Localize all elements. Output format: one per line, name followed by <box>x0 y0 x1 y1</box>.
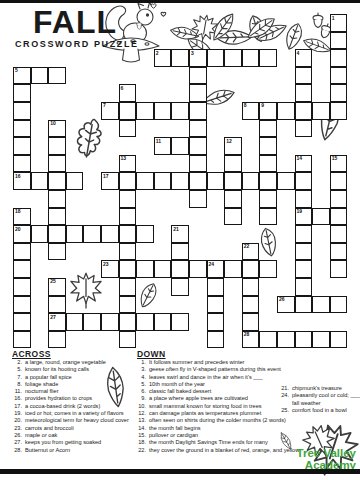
grid-cell[interactable]: 19 <box>295 208 313 226</box>
clue-number: 12. <box>134 410 146 417</box>
grid-blank <box>31 243 49 261</box>
down-heading: DOWN <box>137 349 166 359</box>
bottom-border <box>0 469 360 474</box>
grid-cell[interactable]: 4 <box>295 49 313 67</box>
grid-cell[interactable] <box>31 172 49 190</box>
grid-cell[interactable] <box>83 225 101 243</box>
grid-cell[interactable] <box>13 155 31 173</box>
grid-cell[interactable] <box>119 208 137 226</box>
grid-blank <box>101 155 119 173</box>
grid-cell[interactable] <box>330 225 348 243</box>
grid-cell[interactable] <box>13 84 31 102</box>
clue-number: 6. <box>134 388 146 395</box>
grid-cell[interactable] <box>295 172 313 190</box>
grid-cell[interactable] <box>277 172 295 190</box>
grid-cell[interactable]: 18 <box>13 208 31 226</box>
grid-cell[interactable] <box>242 296 260 314</box>
clue-number: 26. <box>10 432 22 439</box>
grid-cell[interactable] <box>207 49 225 67</box>
grid-blank <box>277 120 295 138</box>
grid-cell[interactable] <box>171 260 189 278</box>
grid-cell[interactable] <box>207 172 225 190</box>
grid-cell[interactable]: 24 <box>207 260 225 278</box>
grid-blank <box>312 14 330 32</box>
clue-text: often seen on shirts during the colder m… <box>149 417 286 424</box>
grid-cell[interactable] <box>48 243 66 261</box>
clue-text: pleasantly cool or cold; ___ fall weathe… <box>292 392 360 407</box>
grid-cell[interactable] <box>259 120 277 138</box>
cell-number: 20 <box>15 226 21 232</box>
grid-cell[interactable] <box>277 102 295 120</box>
grid-cell[interactable] <box>189 172 207 190</box>
grid-blank <box>207 137 225 155</box>
clue-text: carrots and broccoli <box>25 425 74 432</box>
grid-cell[interactable] <box>242 172 260 190</box>
grid-cell[interactable] <box>259 137 277 155</box>
grid-cell[interactable] <box>330 260 348 278</box>
grid-cell[interactable] <box>295 243 313 261</box>
grid-blank <box>66 102 84 120</box>
grid-blank <box>224 14 242 32</box>
grid-cell[interactable] <box>242 49 260 67</box>
grid-cell[interactable] <box>136 225 154 243</box>
cell-number: 16 <box>15 173 21 179</box>
grid-cell[interactable] <box>330 102 348 120</box>
grid-cell[interactable] <box>259 208 277 226</box>
grid-cell[interactable] <box>171 172 189 190</box>
grid-blank <box>83 208 101 226</box>
cell-number: 4 <box>297 50 300 56</box>
grid-blank <box>242 32 260 50</box>
clue-number: 13. <box>134 417 146 424</box>
grid-blank <box>189 296 207 314</box>
grid-cell[interactable] <box>259 331 277 349</box>
grid-cell[interactable] <box>330 331 348 349</box>
grid-blank <box>242 190 260 208</box>
grid-cell[interactable]: 7 <box>101 102 119 120</box>
grid-blank <box>31 102 49 120</box>
grid-cell[interactable] <box>119 172 137 190</box>
down-clue-list-2: 21.chipmunk's treasure24.pleasantly cool… <box>277 385 360 414</box>
grid-cell[interactable]: 10 <box>48 120 66 138</box>
grid-blank <box>171 208 189 226</box>
grid-blank <box>207 67 225 85</box>
grid-blank <box>207 155 225 173</box>
grid-cell[interactable] <box>119 260 137 278</box>
grid-blank <box>66 137 84 155</box>
grid-cell[interactable]: 27 <box>48 313 66 331</box>
grid-blank <box>330 137 348 155</box>
grid-blank <box>136 120 154 138</box>
grid-blank <box>242 208 260 226</box>
grid-blank <box>13 14 31 32</box>
grid-cell[interactable] <box>259 260 277 278</box>
grid-blank <box>136 331 154 349</box>
grid-cell[interactable] <box>242 278 260 296</box>
grid-blank <box>83 243 101 261</box>
grid-cell[interactable] <box>189 190 207 208</box>
grid-cell[interactable] <box>330 49 348 67</box>
grid-blank <box>101 278 119 296</box>
grid-cell[interactable] <box>224 190 242 208</box>
grid-blank <box>101 84 119 102</box>
grid-cell[interactable] <box>13 137 31 155</box>
clue-text: keeps you from getting soaked <box>25 439 101 446</box>
grid-cell[interactable] <box>31 225 49 243</box>
grid-cell[interactable]: 23 <box>101 260 119 278</box>
grid-cell[interactable] <box>189 155 207 173</box>
grid-blank <box>136 49 154 67</box>
grid-cell[interactable] <box>171 102 189 120</box>
grid-blank <box>224 225 242 243</box>
grid-cell[interactable] <box>48 296 66 314</box>
grid-cell[interactable] <box>242 260 260 278</box>
grid-cell[interactable]: 2 <box>154 49 172 67</box>
grid-blank <box>189 278 207 296</box>
grid-blank <box>277 278 295 296</box>
grid-cell[interactable] <box>312 208 330 226</box>
grid-cell[interactable]: 22 <box>242 243 260 261</box>
cell-number: 25 <box>50 278 56 284</box>
grid-cell[interactable]: 3 <box>189 49 207 67</box>
grid-cell[interactable] <box>224 155 242 173</box>
grid-cell[interactable] <box>171 313 189 331</box>
grid-cell[interactable] <box>259 155 277 173</box>
grid-cell[interactable] <box>295 67 313 85</box>
grid-cell[interactable] <box>295 84 313 102</box>
grid-cell[interactable]: 21 <box>171 225 189 243</box>
grid-cell[interactable]: 14 <box>295 155 313 173</box>
grid-cell[interactable] <box>154 313 172 331</box>
grid-cell[interactable]: 1 <box>330 14 348 32</box>
clue-number: 10. <box>134 403 146 410</box>
grid-cell[interactable] <box>119 313 137 331</box>
grid-cell[interactable]: 20 <box>13 225 31 243</box>
grid-blank <box>259 225 277 243</box>
grid-cell[interactable] <box>101 313 119 331</box>
grid-cell[interactable] <box>295 102 313 120</box>
clue-number: 19. <box>10 410 22 417</box>
grid-cell[interactable] <box>224 260 242 278</box>
clue-text: It follows summer and precedes winter <box>149 359 244 366</box>
grid-cell[interactable] <box>13 278 31 296</box>
grid-cell[interactable] <box>295 190 313 208</box>
page-subtitle: CROSSWORD PUZZLE <box>15 39 139 49</box>
cell-number: 11 <box>156 138 161 144</box>
grid-blank <box>119 67 137 85</box>
cell-number: 8 <box>244 102 247 108</box>
grid-blank <box>171 296 189 314</box>
grid-cell[interactable] <box>119 278 137 296</box>
cell-number: 13 <box>121 155 127 161</box>
grid-cell[interactable] <box>119 296 137 314</box>
grid-blank <box>277 67 295 85</box>
grid-blank <box>31 278 49 296</box>
grid-blank <box>136 32 154 50</box>
grid-cell[interactable] <box>295 331 313 349</box>
grid-blank <box>136 137 154 155</box>
grid-cell[interactable] <box>171 137 189 155</box>
grid-cell[interactable] <box>189 84 207 102</box>
grid-blank <box>83 49 101 67</box>
grid-blank <box>66 67 84 85</box>
grid-cell[interactable] <box>48 137 66 155</box>
grid-cell[interactable] <box>154 260 172 278</box>
clue-number: 24. <box>277 392 289 399</box>
grid-cell[interactable] <box>13 120 31 138</box>
grid-cell[interactable] <box>242 313 260 331</box>
grid-cell[interactable] <box>66 225 84 243</box>
grid-blank <box>259 278 277 296</box>
grid-cell[interactable] <box>13 260 31 278</box>
grid-cell[interactable] <box>189 137 207 155</box>
grid-cell[interactable]: 26 <box>277 296 295 314</box>
grid-blank <box>171 331 189 349</box>
grid-cell[interactable]: 25 <box>48 278 66 296</box>
grid-blank <box>31 120 49 138</box>
clue-number: 25. <box>277 407 289 414</box>
clue-item: 7.a popular fall spice <box>10 374 134 381</box>
grid-cell[interactable] <box>136 313 154 331</box>
grid-cell[interactable] <box>312 296 330 314</box>
grid-blank <box>242 67 260 85</box>
grid-blank <box>277 32 295 50</box>
grid-cell[interactable]: 11 <box>154 137 172 155</box>
grid-cell[interactable] <box>312 102 330 120</box>
grid-blank <box>154 14 172 32</box>
clue-item: 16.provides hydration to crops <box>10 395 134 402</box>
grid-cell[interactable] <box>31 67 49 85</box>
clue-number: 21. <box>277 385 289 392</box>
grid-cell[interactable] <box>136 260 154 278</box>
grid-cell[interactable] <box>171 243 189 261</box>
grid-cell[interactable] <box>295 120 313 138</box>
grid-blank <box>312 313 330 331</box>
grid-cell[interactable] <box>83 313 101 331</box>
grid-blank <box>312 278 330 296</box>
grid-cell[interactable] <box>207 331 225 349</box>
grid-cell[interactable] <box>119 190 137 208</box>
grid-cell[interactable] <box>259 49 277 67</box>
grid-cell[interactable] <box>171 49 189 67</box>
clue-number: 15. <box>134 432 146 439</box>
grid-cell[interactable] <box>48 172 66 190</box>
grid-cell[interactable] <box>136 172 154 190</box>
grid-cell[interactable]: 17 <box>101 172 119 190</box>
down-clue-list: 1.It follows summer and precedes winter3… <box>134 359 284 454</box>
grid-blank <box>312 260 330 278</box>
clue-item: 3.geese often fly in V-shaped patterns d… <box>134 366 284 373</box>
grid-cell[interactable] <box>207 313 225 331</box>
grid-cell[interactable] <box>119 102 137 120</box>
grid-blank <box>83 137 101 155</box>
grid-cell[interactable] <box>119 331 137 349</box>
grid-blank <box>277 190 295 208</box>
grid-blank <box>136 278 154 296</box>
grid-cell[interactable] <box>154 102 172 120</box>
grid-blank <box>48 102 66 120</box>
top-border <box>0 0 360 3</box>
clue-number: 14. <box>134 425 146 432</box>
grid-blank <box>136 208 154 226</box>
grid-blank <box>66 260 84 278</box>
grid-cell[interactable]: 12 <box>224 137 242 155</box>
grid-cell[interactable] <box>330 243 348 261</box>
grid-cell[interactable] <box>154 172 172 190</box>
grid-blank <box>101 208 119 226</box>
cell-number: 28 <box>244 331 250 337</box>
grid-blank <box>312 243 330 261</box>
grid-cell[interactable] <box>13 243 31 261</box>
clue-item: 1.It follows summer and precedes winter <box>134 359 284 366</box>
grid-blank <box>154 155 172 173</box>
grid-cell[interactable] <box>189 67 207 85</box>
clue-number: 2. <box>10 359 22 366</box>
grid-blank <box>312 155 330 173</box>
grid-cell[interactable] <box>207 278 225 296</box>
grid-cell[interactable] <box>295 278 313 296</box>
grid-cell[interactable]: 13 <box>119 155 137 173</box>
grid-blank <box>189 243 207 261</box>
grid-blank <box>277 84 295 102</box>
grid-cell[interactable] <box>48 225 66 243</box>
grid-cell[interactable] <box>189 120 207 138</box>
grid-cell[interactable] <box>295 260 313 278</box>
grid-cell[interactable] <box>330 32 348 50</box>
grid-blank <box>259 32 277 50</box>
grid-cell[interactable] <box>259 190 277 208</box>
grid-cell[interactable] <box>48 190 66 208</box>
clue-text: small mammal known for storing food in t… <box>149 403 262 410</box>
grid-cell[interactable]: 9 <box>259 102 277 120</box>
clue-text: a cocoa-based drink (2 words) <box>25 403 100 410</box>
grid-cell[interactable] <box>330 84 348 102</box>
grid-blank <box>31 137 49 155</box>
grid-cell[interactable] <box>189 102 207 120</box>
grid-blank <box>295 137 313 155</box>
grid-blank <box>154 84 172 102</box>
grid-blank <box>66 278 84 296</box>
grid-blank <box>83 120 101 138</box>
clue-text: iced or hot; comes in a variety of flavo… <box>25 410 124 417</box>
grid-cell[interactable] <box>119 243 137 261</box>
clue-text: known for its hooting calls <box>25 366 89 373</box>
crossword-grid: 1234567891011121314151617181920212223242… <box>13 14 347 348</box>
grid-cell[interactable] <box>136 102 154 120</box>
grid-cell[interactable] <box>330 67 348 85</box>
grid-cell[interactable] <box>101 225 119 243</box>
grid-cell[interactable] <box>171 278 189 296</box>
clue-number: 22. <box>134 447 146 454</box>
grid-cell[interactable] <box>119 120 137 138</box>
clue-text: maple or oak <box>25 432 57 439</box>
grid-blank <box>295 32 313 50</box>
grid-blank <box>312 84 330 102</box>
grid-blank <box>189 331 207 349</box>
across-heading: ACROSS <box>12 349 51 359</box>
grid-blank <box>224 296 242 314</box>
clue-number: 5. <box>10 366 22 373</box>
grid-cell[interactable] <box>330 208 348 226</box>
clue-text: a place where apple trees are cultivated <box>149 395 248 402</box>
clue-item: 20.meteorological term for heavy cloud c… <box>10 417 134 424</box>
grid-blank <box>31 260 49 278</box>
clue-item: 5.10th month of the year <box>134 381 284 388</box>
grid-blank <box>31 296 49 314</box>
grid-blank <box>171 14 189 32</box>
grid-blank <box>207 208 225 226</box>
grid-cell[interactable] <box>48 331 66 349</box>
grid-blank <box>83 260 101 278</box>
grid-blank <box>136 67 154 85</box>
grid-blank <box>101 49 119 67</box>
clue-text: foliage shade <box>25 381 58 388</box>
grid-cell[interactable] <box>224 172 242 190</box>
clue-text: a popular fall spice <box>25 374 72 381</box>
cell-number: 7 <box>103 102 106 108</box>
grid-cell[interactable] <box>330 172 348 190</box>
grid-cell[interactable] <box>330 296 348 314</box>
grid-cell[interactable] <box>66 313 84 331</box>
grid-blank <box>312 190 330 208</box>
grid-blank <box>207 102 225 120</box>
grid-cell[interactable]: 16 <box>13 172 31 190</box>
grid-cell[interactable] <box>207 296 225 314</box>
grid-cell[interactable]: 6 <box>119 84 137 102</box>
grid-blank <box>259 313 277 331</box>
grid-cell[interactable]: 8 <box>242 102 260 120</box>
grid-blank <box>31 313 49 331</box>
grid-blank <box>242 14 260 32</box>
grid-blank <box>207 32 225 50</box>
clue-text: comfort food in a bowl <box>292 407 360 414</box>
grid-blank <box>171 67 189 85</box>
grid-cell[interactable] <box>48 208 66 226</box>
grid-cell[interactable] <box>224 208 242 226</box>
grid-cell[interactable] <box>13 102 31 120</box>
grid-cell[interactable] <box>224 49 242 67</box>
grid-cell[interactable] <box>259 172 277 190</box>
grid-cell[interactable] <box>13 296 31 314</box>
grid-blank <box>242 120 260 138</box>
grid-cell[interactable] <box>13 331 31 349</box>
grid-blank <box>154 32 172 50</box>
grid-cell[interactable] <box>66 172 84 190</box>
grid-cell[interactable] <box>330 190 348 208</box>
clue-item: 21.chipmunk's treasure <box>277 385 360 392</box>
grid-cell[interactable]: 15 <box>330 155 348 173</box>
grid-cell[interactable]: 28 <box>242 331 260 349</box>
grid-cell[interactable] <box>295 296 313 314</box>
grid-cell[interactable] <box>295 225 313 243</box>
grid-cell[interactable] <box>119 225 137 243</box>
grid-blank <box>295 313 313 331</box>
grid-cell[interactable]: 5 <box>13 67 31 85</box>
grid-cell[interactable] <box>48 155 66 173</box>
grid-blank <box>330 278 348 296</box>
grid-cell[interactable] <box>277 331 295 349</box>
grid-blank <box>295 14 313 32</box>
grid-cell[interactable] <box>13 313 31 331</box>
clue-text: a large, round, orange vegetable <box>25 359 106 366</box>
grid-blank <box>31 208 49 226</box>
grid-cell[interactable] <box>48 67 66 85</box>
page-title: FALL <box>33 4 117 41</box>
grid-cell[interactable] <box>312 331 330 349</box>
clue-text: the month Daylight Savings Time ends for… <box>149 439 268 446</box>
grid-cell[interactable] <box>189 260 207 278</box>
grid-blank <box>101 67 119 85</box>
